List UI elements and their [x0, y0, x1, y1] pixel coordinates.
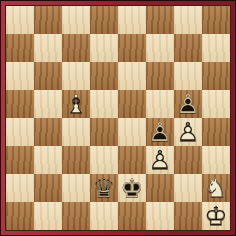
- white-bishop: ♝♗: [62, 90, 90, 118]
- square-f1[interactable]: [146, 202, 174, 230]
- square-e4[interactable]: [118, 118, 146, 146]
- square-c1[interactable]: [62, 202, 90, 230]
- square-a6[interactable]: [6, 62, 34, 90]
- square-c6[interactable]: [62, 62, 90, 90]
- square-a7[interactable]: [6, 34, 34, 62]
- square-d4[interactable]: [90, 118, 118, 146]
- square-b8[interactable]: [34, 6, 62, 34]
- square-h5[interactable]: [202, 90, 230, 118]
- square-g5[interactable]: ♟♙: [174, 90, 202, 118]
- square-a3[interactable]: [6, 146, 34, 174]
- square-a4[interactable]: [6, 118, 34, 146]
- square-e3[interactable]: [118, 146, 146, 174]
- square-d3[interactable]: [90, 146, 118, 174]
- square-c4[interactable]: [62, 118, 90, 146]
- square-g3[interactable]: [174, 146, 202, 174]
- square-f5[interactable]: [146, 90, 174, 118]
- white-knight: ♞♘: [202, 174, 230, 202]
- square-a1[interactable]: [6, 202, 34, 230]
- square-f3[interactable]: ♟♙: [146, 146, 174, 174]
- square-e6[interactable]: [118, 62, 146, 90]
- square-g8[interactable]: [174, 6, 202, 34]
- square-a8[interactable]: [6, 6, 34, 34]
- square-d2[interactable]: ♛♕: [90, 174, 118, 202]
- square-b7[interactable]: [34, 34, 62, 62]
- square-b2[interactable]: [34, 174, 62, 202]
- white-pawn: ♟♙: [146, 146, 174, 174]
- white-king: ♚♔: [202, 202, 230, 230]
- black-queen: ♛♕: [90, 174, 118, 202]
- white-pawn: ♟♙: [174, 118, 202, 146]
- square-c8[interactable]: [62, 6, 90, 34]
- chess-board: ♝♗♟♙♟♙♟♙♟♙♛♕♚♔♞♘♚♔: [5, 5, 231, 231]
- square-f6[interactable]: [146, 62, 174, 90]
- square-d1[interactable]: [90, 202, 118, 230]
- square-c7[interactable]: [62, 34, 90, 62]
- black-pawn: ♟♙: [174, 90, 202, 118]
- square-b6[interactable]: [34, 62, 62, 90]
- black-pawn: ♟♙: [146, 118, 174, 146]
- square-d8[interactable]: [90, 6, 118, 34]
- square-g2[interactable]: [174, 174, 202, 202]
- square-g6[interactable]: [174, 62, 202, 90]
- square-e8[interactable]: [118, 6, 146, 34]
- square-h7[interactable]: [202, 34, 230, 62]
- square-h4[interactable]: [202, 118, 230, 146]
- square-h2[interactable]: ♞♘: [202, 174, 230, 202]
- square-f4[interactable]: ♟♙: [146, 118, 174, 146]
- square-e2[interactable]: ♚♔: [118, 174, 146, 202]
- square-b1[interactable]: [34, 202, 62, 230]
- square-b4[interactable]: [34, 118, 62, 146]
- square-e7[interactable]: [118, 34, 146, 62]
- square-g4[interactable]: ♟♙: [174, 118, 202, 146]
- square-h3[interactable]: [202, 146, 230, 174]
- square-d5[interactable]: [90, 90, 118, 118]
- square-b5[interactable]: [34, 90, 62, 118]
- square-e5[interactable]: [118, 90, 146, 118]
- square-c3[interactable]: [62, 146, 90, 174]
- square-b3[interactable]: [34, 146, 62, 174]
- square-e1[interactable]: [118, 202, 146, 230]
- square-g1[interactable]: [174, 202, 202, 230]
- square-h8[interactable]: [202, 6, 230, 34]
- square-f8[interactable]: [146, 6, 174, 34]
- square-a5[interactable]: [6, 90, 34, 118]
- square-d7[interactable]: [90, 34, 118, 62]
- black-king: ♚♔: [118, 174, 146, 202]
- board-frame: ♝♗♟♙♟♙♟♙♟♙♛♕♚♔♞♘♚♔: [0, 0, 236, 236]
- square-f7[interactable]: [146, 34, 174, 62]
- square-f2[interactable]: [146, 174, 174, 202]
- square-a2[interactable]: [6, 174, 34, 202]
- square-c5[interactable]: ♝♗: [62, 90, 90, 118]
- square-g7[interactable]: [174, 34, 202, 62]
- square-d6[interactable]: [90, 62, 118, 90]
- square-h1[interactable]: ♚♔: [202, 202, 230, 230]
- square-c2[interactable]: [62, 174, 90, 202]
- square-h6[interactable]: [202, 62, 230, 90]
